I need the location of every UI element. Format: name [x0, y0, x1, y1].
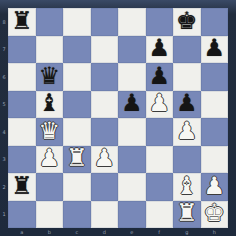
square-h2[interactable]: ♟ [201, 173, 229, 201]
square-f8[interactable] [146, 8, 174, 36]
piece-white-queen[interactable]: ♛ [38, 119, 60, 143]
square-c3[interactable]: ♜ [63, 146, 91, 174]
square-g5[interactable]: ♟ [173, 91, 201, 119]
piece-black-rook[interactable]: ♜ [11, 9, 33, 33]
square-a2[interactable]: ♜ [8, 173, 36, 201]
piece-white-rook[interactable]: ♜ [176, 201, 198, 225]
square-d7[interactable] [91, 36, 119, 64]
rank-label-8: 8 [0, 8, 8, 36]
file-label-e: e [118, 228, 146, 236]
square-a7[interactable] [8, 36, 36, 64]
square-a3[interactable] [8, 146, 36, 174]
square-g7[interactable] [173, 36, 201, 64]
square-e2[interactable] [118, 173, 146, 201]
square-g2[interactable]: ♝ [173, 173, 201, 201]
square-h4[interactable] [201, 118, 229, 146]
square-h1[interactable]: ♚ [201, 201, 229, 229]
square-e1[interactable] [118, 201, 146, 229]
square-b5[interactable]: ♝ [36, 91, 64, 119]
square-d1[interactable] [91, 201, 119, 229]
square-b1[interactable] [36, 201, 64, 229]
square-e7[interactable] [118, 36, 146, 64]
square-b7[interactable] [36, 36, 64, 64]
piece-white-king[interactable]: ♚ [203, 201, 225, 225]
piece-black-pawn[interactable]: ♟ [121, 91, 143, 115]
piece-white-pawn[interactable]: ♟ [203, 174, 225, 198]
square-a6[interactable] [8, 63, 36, 91]
piece-white-pawn[interactable]: ♟ [38, 146, 60, 170]
square-b8[interactable] [36, 8, 64, 36]
square-d4[interactable] [91, 118, 119, 146]
square-g4[interactable]: ♟ [173, 118, 201, 146]
square-a1[interactable] [8, 201, 36, 229]
square-a4[interactable] [8, 118, 36, 146]
square-h6[interactable] [201, 63, 229, 91]
file-label-h: h [201, 228, 229, 236]
piece-black-rook[interactable]: ♜ [11, 174, 33, 198]
square-c7[interactable] [63, 36, 91, 64]
rank-label-4: 4 [0, 118, 8, 146]
square-c2[interactable] [63, 173, 91, 201]
square-h7[interactable]: ♟ [201, 36, 229, 64]
square-f7[interactable]: ♟ [146, 36, 174, 64]
piece-black-pawn[interactable]: ♟ [148, 64, 170, 88]
file-label-a: a [8, 228, 36, 236]
square-e4[interactable] [118, 118, 146, 146]
piece-black-pawn[interactable]: ♟ [148, 36, 170, 60]
file-label-g: g [173, 228, 201, 236]
square-f1[interactable] [146, 201, 174, 229]
square-f5[interactable]: ♟ [146, 91, 174, 119]
piece-black-queen[interactable]: ♛ [38, 64, 60, 88]
piece-white-bishop[interactable]: ♝ [176, 174, 198, 198]
square-e3[interactable] [118, 146, 146, 174]
square-h5[interactable] [201, 91, 229, 119]
square-d3[interactable]: ♟ [91, 146, 119, 174]
square-a5[interactable] [8, 91, 36, 119]
square-h8[interactable] [201, 8, 229, 36]
file-label-f: f [146, 228, 174, 236]
square-c5[interactable] [63, 91, 91, 119]
file-label-b: b [36, 228, 64, 236]
rank-labels: 87654321 [0, 8, 8, 228]
square-e8[interactable] [118, 8, 146, 36]
square-c6[interactable] [63, 63, 91, 91]
rank-label-7: 7 [0, 36, 8, 64]
square-f2[interactable] [146, 173, 174, 201]
rank-label-5: 5 [0, 91, 8, 119]
square-a8[interactable]: ♜ [8, 8, 36, 36]
square-f4[interactable] [146, 118, 174, 146]
square-d8[interactable] [91, 8, 119, 36]
rank-label-6: 6 [0, 63, 8, 91]
piece-black-king[interactable]: ♚ [176, 9, 198, 33]
chess-board-frame: 87654321 abcdefgh ♜♚♟♟♛♟♝♟♟♟♛♟♟♜♟♜♝♟♜♚ [0, 0, 236, 236]
square-e5[interactable]: ♟ [118, 91, 146, 119]
rank-label-3: 3 [0, 146, 8, 174]
piece-white-pawn[interactable]: ♟ [176, 119, 198, 143]
chess-board: ♜♚♟♟♛♟♝♟♟♟♛♟♟♜♟♜♝♟♜♚ [8, 8, 228, 228]
square-c1[interactable] [63, 201, 91, 229]
square-g6[interactable] [173, 63, 201, 91]
piece-white-pawn[interactable]: ♟ [148, 91, 170, 115]
square-b2[interactable] [36, 173, 64, 201]
square-b4[interactable]: ♛ [36, 118, 64, 146]
square-h3[interactable] [201, 146, 229, 174]
rank-label-2: 2 [0, 173, 8, 201]
file-label-d: d [91, 228, 119, 236]
square-c8[interactable] [63, 8, 91, 36]
piece-black-bishop[interactable]: ♝ [38, 91, 60, 115]
square-g1[interactable]: ♜ [173, 201, 201, 229]
piece-white-pawn[interactable]: ♟ [93, 146, 115, 170]
square-g8[interactable]: ♚ [173, 8, 201, 36]
square-g3[interactable] [173, 146, 201, 174]
square-f3[interactable] [146, 146, 174, 174]
square-b3[interactable]: ♟ [36, 146, 64, 174]
rank-label-1: 1 [0, 201, 8, 229]
square-c4[interactable] [63, 118, 91, 146]
square-f6[interactable]: ♟ [146, 63, 174, 91]
square-b6[interactable]: ♛ [36, 63, 64, 91]
square-d2[interactable] [91, 173, 119, 201]
piece-white-rook[interactable]: ♜ [66, 146, 88, 170]
square-e6[interactable] [118, 63, 146, 91]
file-label-c: c [63, 228, 91, 236]
piece-black-pawn[interactable]: ♟ [176, 91, 198, 115]
file-labels: abcdefgh [8, 228, 228, 236]
square-d5[interactable] [91, 91, 119, 119]
square-d6[interactable] [91, 63, 119, 91]
piece-black-pawn[interactable]: ♟ [203, 36, 225, 60]
